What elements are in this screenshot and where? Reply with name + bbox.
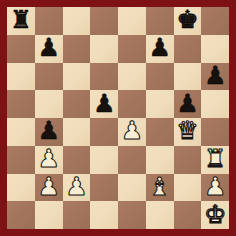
square-h2[interactable]: ♟ xyxy=(201,174,229,202)
square-c5[interactable] xyxy=(63,90,91,118)
square-c7[interactable] xyxy=(63,35,91,63)
white-pawn[interactable]: ♟ xyxy=(37,146,59,171)
square-d6[interactable] xyxy=(90,63,118,91)
square-e1[interactable] xyxy=(118,201,146,229)
square-d2[interactable] xyxy=(90,174,118,202)
square-d4[interactable] xyxy=(90,118,118,146)
square-g8[interactable]: ♚ xyxy=(174,7,202,35)
square-b5[interactable] xyxy=(35,90,63,118)
square-e2[interactable] xyxy=(118,174,146,202)
square-g3[interactable] xyxy=(174,146,202,174)
black-king[interactable]: ♚ xyxy=(176,7,198,32)
square-b7[interactable]: ♟ xyxy=(35,35,63,63)
white-king[interactable]: ♚ xyxy=(204,202,226,227)
square-g7[interactable] xyxy=(174,35,202,63)
square-b4[interactable]: ♟ xyxy=(35,118,63,146)
square-h6[interactable]: ♟ xyxy=(201,63,229,91)
square-e4[interactable]: ♟ xyxy=(118,118,146,146)
square-f3[interactable] xyxy=(146,146,174,174)
white-pawn[interactable]: ♟ xyxy=(121,118,143,143)
square-f4[interactable] xyxy=(146,118,174,146)
square-e6[interactable] xyxy=(118,63,146,91)
square-c2[interactable]: ♟ xyxy=(63,174,91,202)
black-pawn[interactable]: ♟ xyxy=(93,91,115,116)
square-f8[interactable] xyxy=(146,7,174,35)
white-rook[interactable]: ♜ xyxy=(204,146,226,171)
black-pawn[interactable]: ♟ xyxy=(148,35,170,60)
square-c4[interactable] xyxy=(63,118,91,146)
square-d1[interactable] xyxy=(90,201,118,229)
square-f5[interactable] xyxy=(146,90,174,118)
black-rook[interactable]: ♜ xyxy=(10,7,32,32)
black-pawn[interactable]: ♟ xyxy=(37,118,59,143)
white-bishop[interactable]: ♝ xyxy=(148,174,170,199)
white-pawn[interactable]: ♟ xyxy=(65,174,87,199)
square-g6[interactable] xyxy=(174,63,202,91)
square-f2[interactable]: ♝ xyxy=(146,174,174,202)
square-a4[interactable] xyxy=(7,118,35,146)
square-h8[interactable] xyxy=(201,7,229,35)
square-e3[interactable] xyxy=(118,146,146,174)
square-a5[interactable] xyxy=(7,90,35,118)
square-b8[interactable] xyxy=(35,7,63,35)
square-e8[interactable] xyxy=(118,7,146,35)
square-h4[interactable] xyxy=(201,118,229,146)
square-a7[interactable] xyxy=(7,35,35,63)
square-b3[interactable]: ♟ xyxy=(35,146,63,174)
square-b2[interactable]: ♟ xyxy=(35,174,63,202)
square-d5[interactable]: ♟ xyxy=(90,90,118,118)
white-pawn[interactable]: ♟ xyxy=(37,174,59,199)
square-d3[interactable] xyxy=(90,146,118,174)
square-g1[interactable] xyxy=(174,201,202,229)
square-e7[interactable] xyxy=(118,35,146,63)
square-g4[interactable]: ♛ xyxy=(174,118,202,146)
square-b6[interactable] xyxy=(35,63,63,91)
square-a8[interactable]: ♜ xyxy=(7,7,35,35)
square-a6[interactable] xyxy=(7,63,35,91)
white-queen[interactable]: ♛ xyxy=(176,118,198,143)
square-c6[interactable] xyxy=(63,63,91,91)
white-pawn[interactable]: ♟ xyxy=(204,174,226,199)
square-h7[interactable] xyxy=(201,35,229,63)
square-h1[interactable]: ♚ xyxy=(201,201,229,229)
chess-board: ♜♚♟♟♟♟♟♟♟♛♟♜♟♟♝♟♚ xyxy=(7,7,229,229)
square-g5[interactable]: ♟ xyxy=(174,90,202,118)
square-h5[interactable] xyxy=(201,90,229,118)
square-c1[interactable] xyxy=(63,201,91,229)
square-c3[interactable] xyxy=(63,146,91,174)
square-e5[interactable] xyxy=(118,90,146,118)
square-g2[interactable] xyxy=(174,174,202,202)
square-d8[interactable] xyxy=(90,7,118,35)
square-a3[interactable] xyxy=(7,146,35,174)
board-frame: ♜♚♟♟♟♟♟♟♟♛♟♜♟♟♝♟♚ xyxy=(0,0,236,236)
square-d7[interactable] xyxy=(90,35,118,63)
black-pawn[interactable]: ♟ xyxy=(37,35,59,60)
square-f1[interactable] xyxy=(146,201,174,229)
square-a1[interactable] xyxy=(7,201,35,229)
square-a2[interactable] xyxy=(7,174,35,202)
black-pawn[interactable]: ♟ xyxy=(204,63,226,88)
square-c8[interactable] xyxy=(63,7,91,35)
square-b1[interactable] xyxy=(35,201,63,229)
black-pawn[interactable]: ♟ xyxy=(176,91,198,116)
square-f6[interactable] xyxy=(146,63,174,91)
square-f7[interactable]: ♟ xyxy=(146,35,174,63)
square-h3[interactable]: ♜ xyxy=(201,146,229,174)
